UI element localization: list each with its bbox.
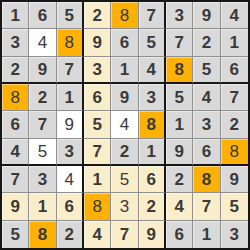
cell-r6c7[interactable]: 9 — [166, 139, 193, 166]
cell-r1c6[interactable]: 7 — [139, 2, 166, 29]
cell-r4c2[interactable]: 2 — [29, 84, 56, 111]
cell-r6c2[interactable]: 5 — [29, 139, 56, 166]
cell-r2c9[interactable]: 1 — [221, 29, 248, 56]
cell-r9c1[interactable]: 5 — [2, 221, 29, 248]
cell-r4c1[interactable]: 8 — [2, 84, 29, 111]
cell-r8c1[interactable]: 9 — [2, 193, 29, 220]
cell-r7c3[interactable]: 4 — [57, 166, 84, 193]
cell-r8c4[interactable]: 8 — [84, 193, 111, 220]
cell-r1c2[interactable]: 6 — [29, 2, 56, 29]
cell-r4c7[interactable]: 5 — [166, 84, 193, 111]
cell-r6c4[interactable]: 7 — [84, 139, 111, 166]
cell-r8c5[interactable]: 3 — [111, 193, 138, 220]
cell-r4c4[interactable]: 6 — [84, 84, 111, 111]
cell-r5c1[interactable]: 6 — [2, 111, 29, 138]
cell-r1c8[interactable]: 9 — [193, 2, 220, 29]
cell-r1c1[interactable]: 1 — [2, 2, 29, 29]
cell-r4c5[interactable]: 9 — [111, 84, 138, 111]
cell-r1c5[interactable]: 8 — [111, 2, 138, 29]
cell-r3c7[interactable]: 8 — [166, 57, 193, 84]
cell-r9c2[interactable]: 8 — [29, 221, 56, 248]
cell-r5c9[interactable]: 2 — [221, 111, 248, 138]
sudoku-board: 1652873943489657212973148568216935476795… — [0, 0, 250, 250]
cell-r5c8[interactable]: 3 — [193, 111, 220, 138]
cell-r7c4[interactable]: 1 — [84, 166, 111, 193]
cell-r2c3[interactable]: 8 — [57, 29, 84, 56]
cell-r4c8[interactable]: 4 — [193, 84, 220, 111]
cell-r9c9[interactable]: 3 — [221, 221, 248, 248]
cell-r8c8[interactable]: 7 — [193, 193, 220, 220]
cell-r9c7[interactable]: 6 — [166, 221, 193, 248]
cell-r4c9[interactable]: 7 — [221, 84, 248, 111]
cell-r5c6[interactable]: 8 — [139, 111, 166, 138]
cell-r7c7[interactable]: 2 — [166, 166, 193, 193]
cell-r3c5[interactable]: 1 — [111, 57, 138, 84]
cell-r6c1[interactable]: 4 — [2, 139, 29, 166]
cell-r5c7[interactable]: 1 — [166, 111, 193, 138]
cell-r9c3[interactable]: 2 — [57, 221, 84, 248]
cell-r4c6[interactable]: 3 — [139, 84, 166, 111]
cell-r1c7[interactable]: 3 — [166, 2, 193, 29]
cell-r2c2[interactable]: 4 — [29, 29, 56, 56]
cell-r7c5[interactable]: 5 — [111, 166, 138, 193]
cell-r8c6[interactable]: 2 — [139, 193, 166, 220]
cell-r1c3[interactable]: 5 — [57, 2, 84, 29]
cell-r9c8[interactable]: 1 — [193, 221, 220, 248]
cell-r3c6[interactable]: 4 — [139, 57, 166, 84]
cell-r3c3[interactable]: 7 — [57, 57, 84, 84]
cell-r2c5[interactable]: 6 — [111, 29, 138, 56]
cell-r6c9[interactable]: 8 — [221, 139, 248, 166]
cell-r1c9[interactable]: 4 — [221, 2, 248, 29]
cell-r3c9[interactable]: 6 — [221, 57, 248, 84]
cell-r6c8[interactable]: 6 — [193, 139, 220, 166]
cell-r6c3[interactable]: 3 — [57, 139, 84, 166]
cell-r2c1[interactable]: 3 — [2, 29, 29, 56]
cell-r2c6[interactable]: 5 — [139, 29, 166, 56]
cell-r7c9[interactable]: 9 — [221, 166, 248, 193]
cell-r7c2[interactable]: 3 — [29, 166, 56, 193]
cell-r7c8[interactable]: 8 — [193, 166, 220, 193]
cell-r7c1[interactable]: 7 — [2, 166, 29, 193]
cell-r7c6[interactable]: 6 — [139, 166, 166, 193]
cell-r5c3[interactable]: 9 — [57, 111, 84, 138]
cell-r4c3[interactable]: 1 — [57, 84, 84, 111]
cell-r1c4[interactable]: 2 — [84, 2, 111, 29]
cell-r6c6[interactable]: 1 — [139, 139, 166, 166]
cell-r2c4[interactable]: 9 — [84, 29, 111, 56]
cell-r8c7[interactable]: 4 — [166, 193, 193, 220]
cell-r3c1[interactable]: 2 — [2, 57, 29, 84]
cell-r2c7[interactable]: 7 — [166, 29, 193, 56]
cell-r5c4[interactable]: 5 — [84, 111, 111, 138]
cell-r8c9[interactable]: 5 — [221, 193, 248, 220]
cell-r6c5[interactable]: 2 — [111, 139, 138, 166]
cell-r8c2[interactable]: 1 — [29, 193, 56, 220]
cell-r3c2[interactable]: 9 — [29, 57, 56, 84]
cell-r2c8[interactable]: 2 — [193, 29, 220, 56]
cell-r9c4[interactable]: 4 — [84, 221, 111, 248]
cell-r3c4[interactable]: 3 — [84, 57, 111, 84]
cell-r9c5[interactable]: 7 — [111, 221, 138, 248]
cell-r9c6[interactable]: 9 — [139, 221, 166, 248]
cell-r5c2[interactable]: 7 — [29, 111, 56, 138]
cell-r3c8[interactable]: 5 — [193, 57, 220, 84]
cell-r5c5[interactable]: 4 — [111, 111, 138, 138]
cell-r8c3[interactable]: 6 — [57, 193, 84, 220]
